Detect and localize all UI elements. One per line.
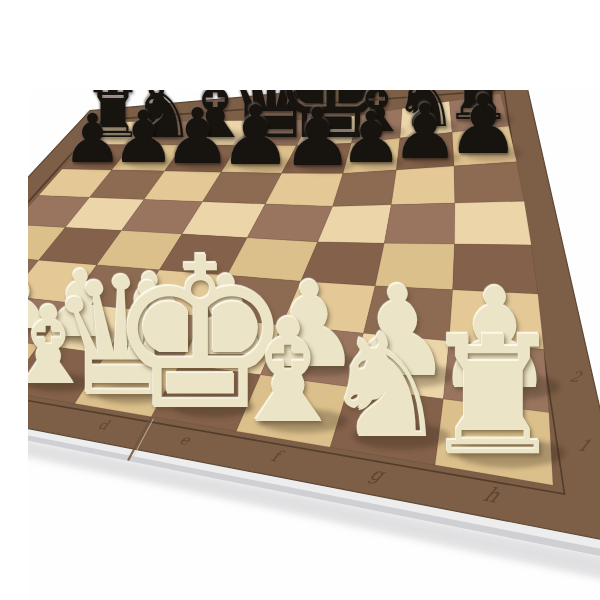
piece-shadow — [77, 156, 124, 169]
piece-shadow — [369, 364, 456, 388]
square-g6 — [391, 166, 455, 205]
piece-shadow — [198, 131, 250, 145]
piece-shadow — [127, 156, 177, 170]
square-f6 — [333, 170, 397, 207]
piece-shadow — [464, 146, 521, 161]
piece-shadow — [59, 327, 123, 344]
piece-shadow — [27, 374, 94, 392]
piece-shadow — [407, 151, 460, 165]
photo-crop-top — [0, 0, 600, 90]
chess-board: defgh12 — [0, 0, 600, 600]
piece-shadow — [253, 130, 308, 145]
square-h3 — [449, 290, 544, 350]
piece-shadow — [98, 131, 144, 143]
piece-shadow — [127, 335, 197, 354]
piece-shadow — [282, 354, 364, 376]
piece-shadow — [236, 157, 293, 172]
piece-shadow — [463, 374, 559, 400]
piece-shadow — [259, 409, 348, 433]
square-h5 — [455, 201, 532, 245]
piece-shadow — [353, 423, 450, 449]
piece-shadow — [146, 131, 195, 144]
photo-crop-left — [0, 0, 28, 600]
square-h4 — [453, 244, 538, 294]
piece-shadow — [174, 396, 254, 418]
piece-shadow — [201, 344, 277, 365]
piece-shadow — [457, 439, 565, 468]
square-g5 — [384, 203, 455, 244]
piece-shadow — [362, 126, 407, 138]
piece-shadow — [315, 131, 364, 144]
piece-shadow — [355, 156, 404, 169]
square-h6 — [454, 162, 524, 203]
piece-shadow — [461, 113, 513, 127]
square-g4 — [375, 243, 454, 289]
square-g3 — [364, 286, 453, 341]
piece-shadow — [180, 156, 233, 170]
piece-shadow — [299, 158, 355, 173]
piece-shadow — [97, 384, 170, 404]
piece-shadow — [410, 120, 458, 133]
chessboard-photo: defgh12 ♜♞♝♛♚♝♞♜♟♟♟♟♟♟♟♟♟♟♟♟♟♟♟♟♜♞♝♛♚♝♞♜ — [0, 0, 600, 600]
